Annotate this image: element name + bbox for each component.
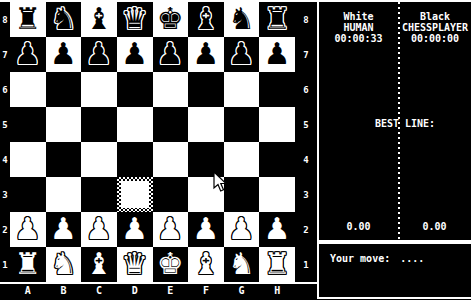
square-d1[interactable]: ♛	[117, 247, 153, 282]
file-label-e: E	[153, 284, 189, 298]
square-g2[interactable]: ♟	[224, 212, 260, 247]
square-h7[interactable]: ♟	[259, 37, 295, 72]
square-c7[interactable]: ♟	[81, 37, 117, 72]
piece-black-knight[interactable]: ♞	[50, 4, 77, 34]
square-e3[interactable]	[153, 177, 189, 212]
piece-black-pawn[interactable]: ♟	[264, 39, 291, 69]
square-f1[interactable]: ♝	[188, 247, 224, 282]
piece-black-rook[interactable]: ♜	[14, 4, 41, 34]
square-b7[interactable]: ♟	[46, 37, 82, 72]
piece-white-bishop[interactable]: ♝	[192, 249, 219, 279]
best-line-label: BEST LINE:	[329, 118, 471, 129]
file-label-d: D	[117, 284, 153, 298]
square-e8[interactable]: ♚	[153, 2, 189, 37]
piece-black-pawn[interactable]: ♟	[228, 39, 255, 69]
square-h5[interactable]	[259, 107, 295, 142]
square-d6[interactable]	[117, 72, 153, 107]
rank-label-5: 5	[295, 107, 317, 142]
square-f2[interactable]: ♟	[188, 212, 224, 247]
square-b5[interactable]	[46, 107, 82, 142]
rank-label-1: 1	[295, 247, 317, 282]
rank-label-6: 6	[295, 72, 317, 107]
square-h3[interactable]	[259, 177, 295, 212]
piece-black-pawn[interactable]: ♟	[192, 39, 219, 69]
piece-white-pawn[interactable]: ♟	[192, 214, 219, 244]
rank-label-8: 8	[0, 2, 10, 37]
white-time: 00:00:33	[319, 33, 398, 44]
square-f7[interactable]: ♟	[188, 37, 224, 72]
piece-black-pawn[interactable]: ♟	[86, 39, 113, 69]
square-b3[interactable]	[46, 177, 82, 212]
square-a3[interactable]	[10, 177, 46, 212]
move-input-value[interactable]: ....	[400, 253, 424, 264]
square-f8[interactable]: ♝	[188, 2, 224, 37]
square-e4[interactable]	[153, 142, 189, 177]
piece-black-pawn[interactable]: ♟	[50, 39, 77, 69]
square-a7[interactable]: ♟	[10, 37, 46, 72]
square-b4[interactable]	[46, 142, 82, 177]
square-d7[interactable]: ♟	[117, 37, 153, 72]
file-label-c: C	[81, 284, 117, 298]
rank-label-6: 6	[0, 72, 10, 107]
square-d5[interactable]	[117, 107, 153, 142]
square-a4[interactable]	[10, 142, 46, 177]
square-b2[interactable]: ♟	[46, 212, 82, 247]
rank-label-3: 3	[0, 177, 10, 212]
white-player-name: HUMAN	[319, 22, 398, 33]
rank-label-1: 1	[0, 247, 10, 282]
square-e7[interactable]: ♟	[153, 37, 189, 72]
square-c8[interactable]: ♝	[81, 2, 117, 37]
square-e1[interactable]: ♚	[153, 247, 189, 282]
white-side-label: White	[319, 11, 398, 22]
piece-white-knight[interactable]: ♞	[228, 249, 255, 279]
piece-white-pawn[interactable]: ♟	[86, 214, 113, 244]
chess-program-window: 87654321 ♜♞♝♛♚♝♞♜♟♟♟♟♟♟♟♟♟♟♟♟♟♟♟♟♜♞♝♛♚♝♞…	[0, 0, 471, 300]
piece-black-pawn[interactable]: ♟	[157, 39, 184, 69]
piece-white-pawn[interactable]: ♟	[121, 214, 148, 244]
square-d8[interactable]: ♛	[117, 2, 153, 37]
rank-labels-left: 87654321	[0, 2, 10, 282]
square-e6[interactable]	[153, 72, 189, 107]
square-g1[interactable]: ♞	[224, 247, 260, 282]
square-g8[interactable]: ♞	[224, 2, 260, 37]
piece-black-king[interactable]: ♚	[157, 4, 184, 34]
piece-white-pawn[interactable]: ♟	[228, 214, 255, 244]
square-g4[interactable]	[224, 142, 260, 177]
piece-black-bishop[interactable]: ♝	[192, 4, 219, 34]
square-a1[interactable]: ♜	[10, 247, 46, 282]
black-player-name: CHESSPLAYER	[399, 22, 471, 33]
square-e5[interactable]	[153, 107, 189, 142]
file-label-a: A	[10, 284, 46, 298]
piece-white-rook[interactable]: ♜	[264, 249, 291, 279]
square-h1[interactable]: ♜	[259, 247, 295, 282]
square-c4[interactable]	[81, 142, 117, 177]
rank-label-2: 2	[0, 212, 10, 247]
square-g5[interactable]	[224, 107, 260, 142]
piece-white-knight[interactable]: ♞	[50, 249, 77, 279]
piece-white-pawn[interactable]: ♟	[50, 214, 77, 244]
square-h4[interactable]	[259, 142, 295, 177]
square-b6[interactable]	[46, 72, 82, 107]
file-label-b: B	[46, 284, 82, 298]
square-h6[interactable]	[259, 72, 295, 107]
black-score: 0.00	[398, 221, 471, 232]
file-label-h: H	[259, 284, 295, 298]
rank-label-4: 4	[0, 142, 10, 177]
square-c6[interactable]	[81, 72, 117, 107]
rank-label-2: 2	[295, 212, 317, 247]
black-side-label: Black	[399, 11, 471, 22]
mouse-cursor-icon	[213, 171, 227, 193]
file-label-g: G	[224, 284, 260, 298]
piece-white-rook[interactable]: ♜	[14, 249, 41, 279]
rank-label-7: 7	[0, 37, 10, 72]
piece-white-bishop[interactable]: ♝	[86, 249, 113, 279]
black-time: 00:00:00	[399, 33, 471, 44]
white-score: 0.00	[319, 221, 398, 232]
rank-label-8: 8	[295, 2, 317, 37]
file-labels: ABCDEFGH	[10, 284, 295, 298]
piece-white-queen[interactable]: ♛	[121, 249, 148, 279]
file-label-f: F	[188, 284, 224, 298]
square-b1[interactable]: ♞	[46, 247, 82, 282]
rank-label-4: 4	[295, 142, 317, 177]
rank-labels-right: 87654321	[295, 2, 317, 282]
piece-black-knight[interactable]: ♞	[228, 4, 255, 34]
square-a6[interactable]	[10, 72, 46, 107]
square-a8[interactable]: ♜	[10, 2, 46, 37]
piece-white-pawn[interactable]: ♟	[264, 214, 291, 244]
square-a2[interactable]: ♟	[10, 212, 46, 247]
rank-label-3: 3	[295, 177, 317, 212]
square-e2[interactable]: ♟	[153, 212, 189, 247]
your-move-label: Your move:	[330, 253, 390, 264]
square-d2[interactable]: ♟	[117, 212, 153, 247]
piece-black-bishop[interactable]: ♝	[86, 4, 113, 34]
rank-label-7: 7	[295, 37, 317, 72]
piece-black-pawn[interactable]: ♟	[14, 39, 41, 69]
piece-white-king[interactable]: ♚	[157, 249, 184, 279]
piece-black-pawn[interactable]: ♟	[121, 39, 148, 69]
evaluation-scores: 0.00 0.00	[319, 221, 471, 232]
status-panel: White HUMAN 00:00:33 Black CHESSPLAYER 0…	[317, 0, 471, 242]
square-d4[interactable]	[117, 142, 153, 177]
piece-white-pawn[interactable]: ♟	[157, 214, 184, 244]
move-entry-panel: Your move:....	[317, 242, 471, 299]
rank-label-5: 5	[0, 107, 10, 142]
chess-board[interactable]: ♜♞♝♛♚♝♞♜♟♟♟♟♟♟♟♟♟♟♟♟♟♟♟♟♜♞♝♛♚♝♞♜	[10, 2, 295, 282]
square-g7[interactable]: ♟	[224, 37, 260, 72]
selection-cursor-square	[117, 177, 153, 212]
square-a5[interactable]	[10, 107, 46, 142]
square-b8[interactable]: ♞	[46, 2, 82, 37]
square-g6[interactable]	[224, 72, 260, 107]
square-c3[interactable]	[81, 177, 117, 212]
white-clock: White HUMAN 00:00:33	[319, 11, 398, 44]
square-f5[interactable]	[188, 107, 224, 142]
square-c2[interactable]: ♟	[81, 212, 117, 247]
black-clock: Black CHESSPLAYER 00:00:00	[399, 11, 471, 44]
piece-white-pawn[interactable]: ♟	[14, 214, 41, 244]
piece-black-rook[interactable]: ♜	[264, 4, 291, 34]
square-f6[interactable]	[188, 72, 224, 107]
square-c1[interactable]: ♝	[81, 247, 117, 282]
square-c5[interactable]	[81, 107, 117, 142]
square-h2[interactable]: ♟	[259, 212, 295, 247]
piece-black-queen[interactable]: ♛	[121, 4, 148, 34]
square-g3[interactable]	[224, 177, 260, 212]
square-h8[interactable]: ♜	[259, 2, 295, 37]
